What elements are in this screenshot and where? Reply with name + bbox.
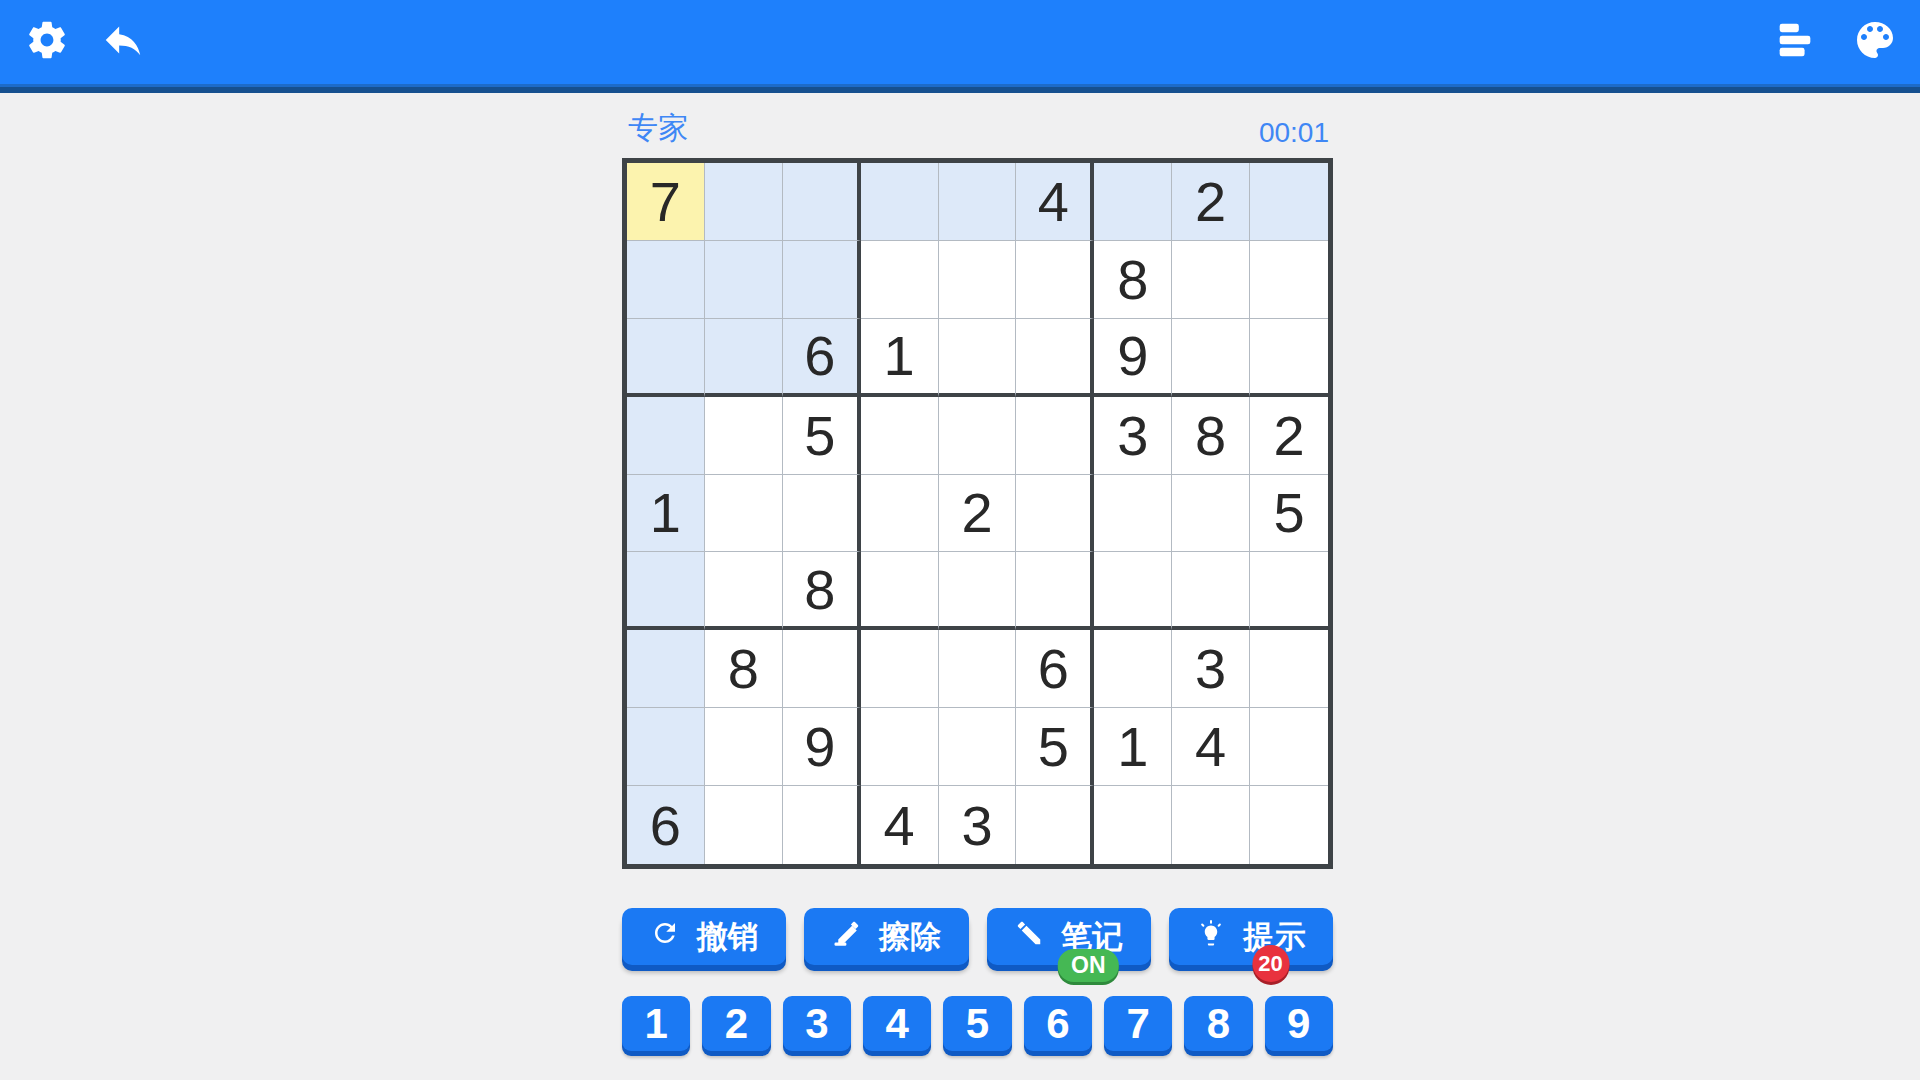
timer: 00:01 — [1259, 117, 1329, 149]
cell-r4c6[interactable] — [1016, 397, 1094, 475]
cell-r6c9[interactable] — [1250, 552, 1328, 630]
cell-r4c3[interactable]: 5 — [783, 397, 861, 475]
cell-r8c6[interactable]: 5 — [1016, 708, 1094, 786]
cell-r6c5[interactable] — [939, 552, 1017, 630]
cell-r6c7[interactable] — [1094, 552, 1172, 630]
cell-r2c4[interactable] — [861, 241, 939, 319]
erase-button-label: 擦除 — [879, 916, 941, 958]
stats-bars-icon — [1772, 17, 1818, 67]
app-bar-shadow — [0, 84, 1920, 93]
cell-r2c6[interactable] — [1016, 241, 1094, 319]
cell-r7c5[interactable] — [939, 630, 1017, 708]
cell-r3c2[interactable] — [705, 319, 783, 397]
cell-r6c8[interactable] — [1172, 552, 1250, 630]
cell-r9c8[interactable] — [1172, 786, 1250, 864]
numpad-key-7[interactable]: 7 — [1104, 996, 1172, 1051]
cell-r4c5[interactable] — [939, 397, 1017, 475]
cell-r5c5[interactable]: 2 — [939, 475, 1017, 553]
cell-r1c9[interactable] — [1250, 163, 1328, 241]
cell-r9c3[interactable] — [783, 786, 861, 864]
cell-r7c2[interactable]: 8 — [705, 630, 783, 708]
cell-r8c3[interactable]: 9 — [783, 708, 861, 786]
cell-r1c5[interactable] — [939, 163, 1017, 241]
cell-r5c6[interactable] — [1016, 475, 1094, 553]
cell-r1c7[interactable] — [1094, 163, 1172, 241]
numpad-key-1[interactable]: 1 — [622, 996, 690, 1051]
cell-r5c8[interactable] — [1172, 475, 1250, 553]
cell-r3c4[interactable]: 1 — [861, 319, 939, 397]
erase-button[interactable]: 擦除 — [804, 908, 968, 965]
cell-r5c3[interactable] — [783, 475, 861, 553]
numpad-key-2[interactable]: 2 — [702, 996, 770, 1051]
cell-r9c1[interactable]: 6 — [627, 786, 705, 864]
cell-r2c1[interactable] — [627, 241, 705, 319]
cell-r1c1[interactable]: 7 — [627, 163, 705, 241]
cell-r5c7[interactable] — [1094, 475, 1172, 553]
status-row: 专家 00:01 — [622, 93, 1333, 149]
number-pad: 123456789 — [622, 996, 1333, 1051]
cell-r6c2[interactable] — [705, 552, 783, 630]
cell-r4c4[interactable] — [861, 397, 939, 475]
hint-button[interactable]: 提示 20 — [1169, 908, 1333, 965]
stats-button[interactable] — [1768, 15, 1822, 69]
cell-r4c1[interactable] — [627, 397, 705, 475]
undo-circular-arrow-icon — [650, 918, 680, 956]
back-button[interactable] — [96, 15, 150, 69]
numpad-key-5[interactable]: 5 — [943, 996, 1011, 1051]
cell-r5c9[interactable]: 5 — [1250, 475, 1328, 553]
cell-r6c1[interactable] — [627, 552, 705, 630]
cell-r7c1[interactable] — [627, 630, 705, 708]
cell-r4c2[interactable] — [705, 397, 783, 475]
app-bar — [0, 0, 1920, 84]
toolbar: 撤销 擦除 笔记 ON 提示 20 — [622, 908, 1333, 965]
cell-r9c9[interactable] — [1250, 786, 1328, 864]
pencil-icon — [1014, 918, 1044, 956]
cell-r6c3[interactable]: 8 — [783, 552, 861, 630]
cell-r4c8[interactable]: 8 — [1172, 397, 1250, 475]
notes-on-badge: ON — [1058, 949, 1119, 982]
cell-r9c6[interactable] — [1016, 786, 1094, 864]
cell-r8c2[interactable] — [705, 708, 783, 786]
cell-r9c4[interactable]: 4 — [861, 786, 939, 864]
theme-button[interactable] — [1848, 15, 1902, 69]
cell-r1c6[interactable]: 4 — [1016, 163, 1094, 241]
cell-r8c8[interactable]: 4 — [1172, 708, 1250, 786]
cell-r3c7[interactable]: 9 — [1094, 319, 1172, 397]
numpad-key-8[interactable]: 8 — [1184, 996, 1252, 1051]
undo-button[interactable]: 撤销 — [622, 908, 786, 965]
notes-button[interactable]: 笔记 ON — [987, 908, 1151, 965]
cell-r7c4[interactable] — [861, 630, 939, 708]
cell-r5c1[interactable]: 1 — [627, 475, 705, 553]
cell-r6c6[interactable] — [1016, 552, 1094, 630]
cell-r8c1[interactable] — [627, 708, 705, 786]
cell-r4c7[interactable]: 3 — [1094, 397, 1172, 475]
cell-r6c4[interactable] — [861, 552, 939, 630]
hint-count-badge: 20 — [1252, 945, 1289, 982]
cell-r1c8[interactable]: 2 — [1172, 163, 1250, 241]
main-content: 专家 00:01 7428619538212588639514643 撤销 擦除… — [622, 93, 1333, 1051]
sudoku-board: 7428619538212588639514643 — [622, 158, 1333, 869]
cell-r7c6[interactable]: 6 — [1016, 630, 1094, 708]
numpad-key-4[interactable]: 4 — [863, 996, 931, 1051]
cell-r7c9[interactable] — [1250, 630, 1328, 708]
cell-r7c7[interactable] — [1094, 630, 1172, 708]
gear-icon — [25, 18, 69, 66]
cell-r5c4[interactable] — [861, 475, 939, 553]
cell-r2c5[interactable] — [939, 241, 1017, 319]
cell-r2c7[interactable]: 8 — [1094, 241, 1172, 319]
app-bar-right-group — [1768, 0, 1902, 84]
undo-button-label: 撤销 — [697, 916, 759, 958]
cell-r3c1[interactable] — [627, 319, 705, 397]
cell-r1c4[interactable] — [861, 163, 939, 241]
cell-r2c9[interactable] — [1250, 241, 1328, 319]
difficulty-label: 专家 — [628, 108, 688, 149]
cell-r2c8[interactable] — [1172, 241, 1250, 319]
cell-r1c3[interactable] — [783, 163, 861, 241]
app-bar-left-group — [20, 15, 150, 69]
cell-r8c9[interactable] — [1250, 708, 1328, 786]
cell-r3c6[interactable] — [1016, 319, 1094, 397]
cell-r9c7[interactable] — [1094, 786, 1172, 864]
cell-r3c8[interactable] — [1172, 319, 1250, 397]
cell-r9c5[interactable]: 3 — [939, 786, 1017, 864]
cell-r2c2[interactable] — [705, 241, 783, 319]
cell-r9c2[interactable] — [705, 786, 783, 864]
numpad-key-9[interactable]: 9 — [1265, 996, 1333, 1051]
palette-icon — [1851, 16, 1899, 68]
cell-r3c5[interactable] — [939, 319, 1017, 397]
eraser-pencil-icon — [832, 918, 862, 956]
cell-r8c7[interactable]: 1 — [1094, 708, 1172, 786]
numpad-key-3[interactable]: 3 — [783, 996, 851, 1051]
cell-r8c5[interactable] — [939, 708, 1017, 786]
cell-r2c3[interactable] — [783, 241, 861, 319]
cell-r8c4[interactable] — [861, 708, 939, 786]
settings-button[interactable] — [20, 15, 74, 69]
lightbulb-icon — [1196, 918, 1226, 956]
cell-r7c8[interactable]: 3 — [1172, 630, 1250, 708]
cell-r3c3[interactable]: 6 — [783, 319, 861, 397]
cell-r1c2[interactable] — [705, 163, 783, 241]
cell-r3c9[interactable] — [1250, 319, 1328, 397]
back-arrow-icon — [100, 17, 146, 67]
numpad-key-6[interactable]: 6 — [1024, 996, 1092, 1051]
cell-r5c2[interactable] — [705, 475, 783, 553]
cell-r7c3[interactable] — [783, 630, 861, 708]
cell-r4c9[interactable]: 2 — [1250, 397, 1328, 475]
